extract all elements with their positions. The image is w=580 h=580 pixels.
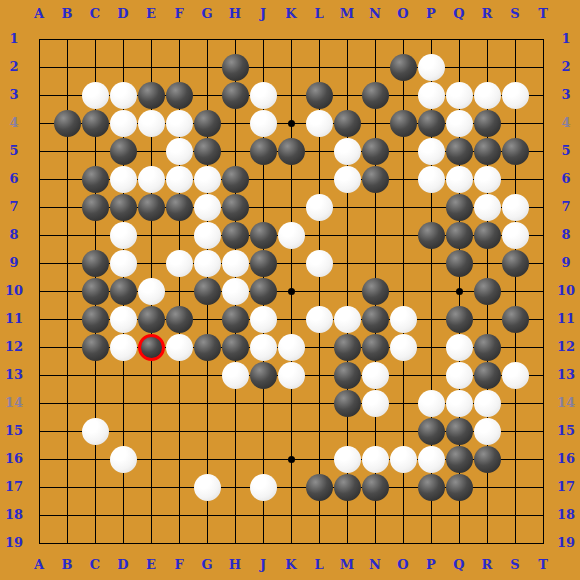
black-stone (446, 194, 473, 221)
column-label: P (421, 6, 441, 22)
row-label: 10 (4, 283, 24, 299)
black-stone (362, 82, 389, 109)
column-label: Q (449, 557, 469, 573)
white-stone (110, 250, 137, 277)
white-stone (110, 82, 137, 109)
white-stone (166, 334, 193, 361)
column-label: P (421, 557, 441, 573)
black-stone (474, 110, 501, 137)
row-label: 3 (4, 87, 24, 103)
black-stone (82, 278, 109, 305)
column-label: H (225, 6, 245, 22)
black-stone (334, 474, 361, 501)
white-stone (194, 166, 221, 193)
white-stone (446, 82, 473, 109)
black-stone (166, 194, 193, 221)
black-stone (82, 250, 109, 277)
white-stone (250, 474, 277, 501)
black-stone (54, 110, 81, 137)
white-stone (334, 446, 361, 473)
row-label: 12 (4, 339, 24, 355)
white-stone (474, 194, 501, 221)
black-stone (250, 250, 277, 277)
black-stone (222, 194, 249, 221)
column-label: F (169, 557, 189, 573)
black-stone (82, 166, 109, 193)
row-label: 2 (4, 59, 24, 75)
black-stone (474, 222, 501, 249)
column-label: D (113, 557, 133, 573)
white-stone (306, 306, 333, 333)
row-label: 13 (556, 367, 576, 383)
black-stone (82, 194, 109, 221)
column-label: T (533, 6, 553, 22)
black-stone (418, 418, 445, 445)
black-stone (306, 474, 333, 501)
white-stone (418, 82, 445, 109)
black-stone (418, 222, 445, 249)
row-label: 4 (556, 115, 576, 131)
column-label: R (477, 557, 497, 573)
black-stone (138, 194, 165, 221)
star-point (288, 456, 295, 463)
last-move-stone (138, 334, 165, 361)
row-label: 6 (4, 171, 24, 187)
row-label: 4 (4, 115, 24, 131)
black-stone (334, 110, 361, 137)
white-stone (474, 390, 501, 417)
white-stone (418, 446, 445, 473)
row-label: 3 (556, 87, 576, 103)
row-label: 13 (4, 367, 24, 383)
white-stone (306, 250, 333, 277)
column-label: B (57, 6, 77, 22)
black-stone (222, 166, 249, 193)
row-label: 1 (556, 31, 576, 47)
white-stone (446, 110, 473, 137)
column-label: T (533, 557, 553, 573)
black-stone (250, 362, 277, 389)
black-stone (474, 446, 501, 473)
white-stone (474, 166, 501, 193)
column-label: A (29, 6, 49, 22)
column-label: N (365, 557, 385, 573)
row-label: 12 (556, 339, 576, 355)
column-label: G (197, 6, 217, 22)
black-stone (362, 138, 389, 165)
column-label: G (197, 557, 217, 573)
white-stone (474, 418, 501, 445)
row-label: 18 (4, 507, 24, 523)
black-stone (222, 54, 249, 81)
row-label: 7 (4, 199, 24, 215)
white-stone (138, 278, 165, 305)
star-point (288, 120, 295, 127)
column-label: L (309, 557, 329, 573)
white-stone (250, 110, 277, 137)
column-label: M (337, 557, 357, 573)
column-label: S (505, 557, 525, 573)
black-stone (390, 110, 417, 137)
star-point (288, 288, 295, 295)
row-label: 19 (556, 535, 576, 551)
column-label: F (169, 6, 189, 22)
white-stone (502, 82, 529, 109)
row-label: 9 (4, 255, 24, 271)
white-stone (362, 446, 389, 473)
black-stone (250, 138, 277, 165)
white-stone (250, 306, 277, 333)
column-label: K (281, 6, 301, 22)
white-stone (502, 194, 529, 221)
row-label: 17 (556, 479, 576, 495)
black-stone (474, 362, 501, 389)
column-label: O (393, 557, 413, 573)
row-label: 16 (556, 451, 576, 467)
row-label: 14 (4, 395, 24, 411)
go-board: ABCDEFGHJKLMNOPQRST ABCDEFGHJKLMNOPQRST … (0, 0, 580, 580)
white-stone (418, 166, 445, 193)
white-stone (502, 222, 529, 249)
black-stone (138, 82, 165, 109)
black-stone (446, 446, 473, 473)
black-stone (446, 222, 473, 249)
column-label: K (281, 557, 301, 573)
white-stone (390, 334, 417, 361)
white-stone (306, 194, 333, 221)
black-stone (194, 110, 221, 137)
column-label: C (85, 6, 105, 22)
black-stone (446, 306, 473, 333)
row-label: 11 (4, 311, 24, 327)
white-stone (166, 166, 193, 193)
white-stone (446, 362, 473, 389)
column-label: E (141, 6, 161, 22)
column-label: O (393, 6, 413, 22)
black-stone (474, 138, 501, 165)
column-label: A (29, 557, 49, 573)
black-stone (390, 54, 417, 81)
white-stone (446, 390, 473, 417)
black-stone (502, 306, 529, 333)
column-label: S (505, 6, 525, 22)
white-stone (390, 446, 417, 473)
black-stone (222, 306, 249, 333)
black-stone (446, 474, 473, 501)
white-stone (194, 250, 221, 277)
white-stone (166, 110, 193, 137)
black-stone (194, 334, 221, 361)
black-stone (362, 306, 389, 333)
white-stone (110, 446, 137, 473)
white-stone (110, 166, 137, 193)
row-label: 10 (556, 283, 576, 299)
black-stone (166, 82, 193, 109)
white-stone (278, 362, 305, 389)
row-label: 18 (556, 507, 576, 523)
white-stone (362, 390, 389, 417)
black-stone (194, 138, 221, 165)
white-stone (110, 222, 137, 249)
white-stone (222, 362, 249, 389)
row-label: 15 (556, 423, 576, 439)
row-label: 8 (4, 227, 24, 243)
white-stone (138, 166, 165, 193)
column-label: L (309, 6, 329, 22)
white-stone (250, 334, 277, 361)
black-stone (334, 362, 361, 389)
black-stone (418, 110, 445, 137)
black-stone (362, 166, 389, 193)
black-stone (474, 334, 501, 361)
column-label: Q (449, 6, 469, 22)
white-stone (446, 334, 473, 361)
white-stone (138, 110, 165, 137)
row-label: 5 (4, 143, 24, 159)
black-stone (82, 306, 109, 333)
black-stone (82, 110, 109, 137)
column-label: B (57, 557, 77, 573)
white-stone (82, 418, 109, 445)
white-stone (306, 110, 333, 137)
row-label: 5 (556, 143, 576, 159)
row-label: 15 (4, 423, 24, 439)
black-stone (250, 222, 277, 249)
row-label: 7 (556, 199, 576, 215)
black-stone (306, 82, 333, 109)
black-stone (446, 250, 473, 277)
white-stone (250, 82, 277, 109)
white-stone (110, 306, 137, 333)
star-point (456, 288, 463, 295)
white-stone (278, 334, 305, 361)
white-stone (418, 390, 445, 417)
white-stone (390, 306, 417, 333)
black-stone (138, 306, 165, 333)
row-label: 1 (4, 31, 24, 47)
column-label: N (365, 6, 385, 22)
white-stone (222, 250, 249, 277)
column-label: J (253, 557, 273, 573)
black-stone (502, 250, 529, 277)
white-stone (502, 362, 529, 389)
black-stone (502, 138, 529, 165)
white-stone (362, 362, 389, 389)
black-stone (278, 138, 305, 165)
row-label: 17 (4, 479, 24, 495)
column-label: E (141, 557, 161, 573)
white-stone (194, 474, 221, 501)
white-stone (194, 194, 221, 221)
white-stone (110, 110, 137, 137)
row-label: 11 (556, 311, 576, 327)
white-stone (418, 54, 445, 81)
row-label: 8 (556, 227, 576, 243)
white-stone (278, 222, 305, 249)
white-stone (166, 138, 193, 165)
row-label: 19 (4, 535, 24, 551)
black-stone (334, 390, 361, 417)
black-stone (250, 278, 277, 305)
white-stone (194, 222, 221, 249)
black-stone (362, 334, 389, 361)
black-stone (446, 418, 473, 445)
row-label: 14 (556, 395, 576, 411)
black-stone (222, 222, 249, 249)
column-label: D (113, 6, 133, 22)
black-stone (418, 474, 445, 501)
row-label: 6 (556, 171, 576, 187)
black-stone (362, 278, 389, 305)
black-stone (110, 194, 137, 221)
black-stone (110, 138, 137, 165)
column-label: H (225, 557, 245, 573)
row-label: 16 (4, 451, 24, 467)
row-label: 9 (556, 255, 576, 271)
white-stone (222, 278, 249, 305)
row-label: 2 (556, 59, 576, 75)
black-stone (110, 278, 137, 305)
black-stone (222, 82, 249, 109)
black-stone (166, 306, 193, 333)
column-label: R (477, 6, 497, 22)
column-label: J (253, 6, 273, 22)
white-stone (334, 138, 361, 165)
black-stone (334, 334, 361, 361)
black-stone (446, 138, 473, 165)
black-stone (82, 334, 109, 361)
black-stone (194, 278, 221, 305)
white-stone (446, 166, 473, 193)
white-stone (418, 138, 445, 165)
black-stone (362, 474, 389, 501)
black-stone (474, 278, 501, 305)
white-stone (474, 82, 501, 109)
white-stone (110, 334, 137, 361)
board-grid[interactable] (39, 39, 544, 544)
column-label: M (337, 6, 357, 22)
white-stone (334, 306, 361, 333)
column-label: C (85, 557, 105, 573)
white-stone (82, 82, 109, 109)
white-stone (334, 166, 361, 193)
white-stone (166, 250, 193, 277)
black-stone (222, 334, 249, 361)
